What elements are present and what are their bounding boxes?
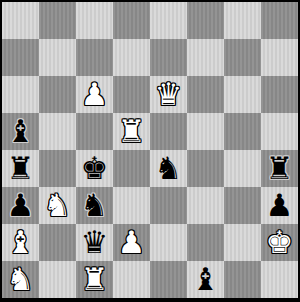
- black-knight[interactable]: ♞: [150, 150, 187, 187]
- square-g6[interactable]: [224, 76, 261, 113]
- square-e3[interactable]: [150, 187, 187, 224]
- white-pawn[interactable]: ♟: [113, 224, 150, 261]
- square-f7[interactable]: [187, 39, 224, 76]
- white-pawn[interactable]: ♟: [76, 76, 113, 113]
- white-king[interactable]: ♚: [261, 224, 298, 261]
- square-b7[interactable]: [39, 39, 76, 76]
- square-c7[interactable]: [76, 39, 113, 76]
- square-c1[interactable]: ♜: [76, 261, 113, 298]
- square-d7[interactable]: [113, 39, 150, 76]
- square-c3[interactable]: ♞: [76, 187, 113, 224]
- square-b6[interactable]: [39, 76, 76, 113]
- square-b4[interactable]: [39, 150, 76, 187]
- square-h3[interactable]: ♟: [261, 187, 298, 224]
- square-e4[interactable]: ♞: [150, 150, 187, 187]
- chess-board: ♟♛♝♜♜♚♞♜♟♞♞♟♝♛♟♚♞♜♝: [2, 2, 298, 298]
- square-a3[interactable]: ♟: [2, 187, 39, 224]
- square-d5[interactable]: ♜: [113, 113, 150, 150]
- square-h6[interactable]: [261, 76, 298, 113]
- square-c5[interactable]: [76, 113, 113, 150]
- square-g2[interactable]: [224, 224, 261, 261]
- square-a8[interactable]: [2, 2, 39, 39]
- square-g1[interactable]: [224, 261, 261, 298]
- square-c4[interactable]: ♚: [76, 150, 113, 187]
- white-rook[interactable]: ♜: [113, 113, 150, 150]
- black-pawn[interactable]: ♟: [2, 187, 39, 224]
- square-d4[interactable]: [113, 150, 150, 187]
- square-b1[interactable]: [39, 261, 76, 298]
- white-knight[interactable]: ♞: [2, 261, 39, 298]
- square-e1[interactable]: [150, 261, 187, 298]
- square-h8[interactable]: [261, 2, 298, 39]
- square-g3[interactable]: [224, 187, 261, 224]
- square-f2[interactable]: [187, 224, 224, 261]
- white-knight[interactable]: ♞: [39, 187, 76, 224]
- square-f5[interactable]: [187, 113, 224, 150]
- black-pawn[interactable]: ♟: [261, 187, 298, 224]
- square-g4[interactable]: [224, 150, 261, 187]
- white-bishop[interactable]: ♝: [2, 224, 39, 261]
- square-h4[interactable]: ♜: [261, 150, 298, 187]
- black-queen[interactable]: ♛: [76, 224, 113, 261]
- square-a7[interactable]: [2, 39, 39, 76]
- square-a5[interactable]: ♝: [2, 113, 39, 150]
- square-f6[interactable]: [187, 76, 224, 113]
- black-rook[interactable]: ♜: [261, 150, 298, 187]
- square-f8[interactable]: [187, 2, 224, 39]
- square-f4[interactable]: [187, 150, 224, 187]
- black-bishop[interactable]: ♝: [187, 261, 224, 298]
- square-g8[interactable]: [224, 2, 261, 39]
- black-rook[interactable]: ♜: [2, 150, 39, 187]
- square-b3[interactable]: ♞: [39, 187, 76, 224]
- square-e7[interactable]: [150, 39, 187, 76]
- square-e2[interactable]: [150, 224, 187, 261]
- square-h5[interactable]: [261, 113, 298, 150]
- square-d6[interactable]: [113, 76, 150, 113]
- square-h7[interactable]: [261, 39, 298, 76]
- square-e8[interactable]: [150, 2, 187, 39]
- square-e6[interactable]: ♛: [150, 76, 187, 113]
- square-a2[interactable]: ♝: [2, 224, 39, 261]
- square-a4[interactable]: ♜: [2, 150, 39, 187]
- square-e5[interactable]: [150, 113, 187, 150]
- square-d3[interactable]: [113, 187, 150, 224]
- square-b8[interactable]: [39, 2, 76, 39]
- square-c6[interactable]: ♟: [76, 76, 113, 113]
- black-knight[interactable]: ♞: [76, 187, 113, 224]
- square-f3[interactable]: [187, 187, 224, 224]
- square-c2[interactable]: ♛: [76, 224, 113, 261]
- square-h1[interactable]: [261, 261, 298, 298]
- square-c8[interactable]: [76, 2, 113, 39]
- white-queen[interactable]: ♛: [150, 76, 187, 113]
- square-g5[interactable]: [224, 113, 261, 150]
- square-f1[interactable]: ♝: [187, 261, 224, 298]
- white-rook[interactable]: ♜: [76, 261, 113, 298]
- black-king[interactable]: ♚: [76, 150, 113, 187]
- square-d8[interactable]: [113, 2, 150, 39]
- square-a6[interactable]: [2, 76, 39, 113]
- square-b5[interactable]: [39, 113, 76, 150]
- black-bishop[interactable]: ♝: [2, 113, 39, 150]
- board-frame: ♟♛♝♜♜♚♞♜♟♞♞♟♝♛♟♚♞♜♝: [0, 0, 300, 302]
- square-d2[interactable]: ♟: [113, 224, 150, 261]
- square-h2[interactable]: ♚: [261, 224, 298, 261]
- square-b2[interactable]: [39, 224, 76, 261]
- square-g7[interactable]: [224, 39, 261, 76]
- square-d1[interactable]: [113, 261, 150, 298]
- square-a1[interactable]: ♞: [2, 261, 39, 298]
